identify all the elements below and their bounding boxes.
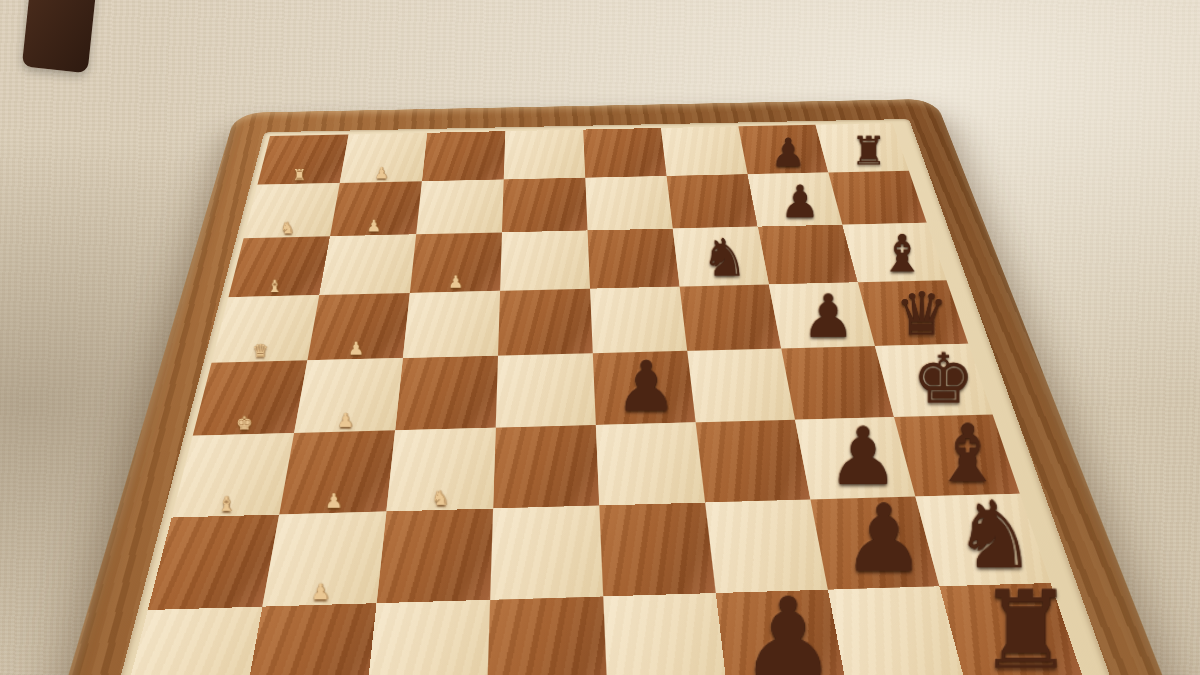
square-d8[interactable]: ♛	[858, 280, 968, 346]
piece-black-pawn[interactable]: ♟	[780, 180, 820, 225]
piece-white-knight[interactable]: ♞	[431, 488, 449, 508]
piece-white-pawn[interactable]: ♟	[448, 273, 463, 290]
square-e7[interactable]	[781, 346, 894, 420]
piece-white-pawn[interactable]: ♟	[347, 340, 363, 358]
piece-white-knight[interactable]: ♞	[280, 220, 295, 236]
square-g5[interactable]	[599, 502, 715, 596]
piece-white-bishop[interactable]: ♝	[217, 494, 235, 514]
square-c3[interactable]: ♟	[410, 232, 502, 293]
square-b3[interactable]	[416, 179, 504, 234]
square-e1[interactable]: ♚	[193, 360, 308, 435]
square-b5[interactable]	[585, 176, 673, 231]
square-h1[interactable]: ♜	[121, 606, 263, 675]
piece-white-pawn[interactable]: ♟	[366, 218, 380, 234]
square-f3[interactable]: ♞	[386, 427, 495, 511]
square-d5[interactable]	[590, 286, 687, 353]
piece-white-pawn[interactable]: ♟	[324, 491, 342, 511]
square-b7[interactable]: ♟	[748, 172, 843, 226]
piece-black-pawn[interactable]: ♟	[841, 492, 925, 585]
piece-black-queen[interactable]: ♛	[895, 284, 948, 343]
square-a2[interactable]: ♟	[340, 133, 427, 183]
square-b1[interactable]: ♞	[244, 183, 340, 238]
piece-black-pawn[interactable]: ♟	[739, 583, 836, 675]
square-d4[interactable]	[498, 288, 593, 355]
square-e8[interactable]: ♚	[875, 343, 993, 416]
chess-board-3d: ♜♟♟♜♞♟♟♝♟♞♝♛♟♟♛♚♟♟♚♝♟♞♟♝♟♟♞♜♟♟♜	[32, 99, 1195, 675]
piece-white-pawn[interactable]: ♟	[336, 411, 353, 430]
square-f1[interactable]: ♝	[172, 433, 294, 518]
piece-black-king[interactable]: ♚	[912, 345, 974, 414]
piece-white-pawn[interactable]: ♟	[374, 165, 388, 180]
photo-background: ♜♟♟♜♞♟♟♝♟♞♝♛♟♟♛♚♟♟♚♝♟♞♟♝♟♟♞♜♟♟♜	[0, 0, 1200, 675]
square-d6[interactable]	[680, 284, 782, 350]
piece-black-knight[interactable]: ♞	[701, 232, 747, 284]
piece-black-rook[interactable]: ♜	[977, 576, 1074, 675]
square-h8[interactable]: ♜	[939, 583, 1085, 675]
square-f6[interactable]	[696, 419, 811, 502]
piece-white-bishop[interactable]: ♝	[267, 278, 282, 295]
square-a1[interactable]: ♜	[257, 134, 348, 184]
square-f2[interactable]: ♟	[279, 430, 395, 514]
square-f5[interactable]	[596, 422, 705, 505]
square-c7[interactable]	[758, 224, 858, 284]
square-c2[interactable]	[319, 234, 416, 295]
square-g1[interactable]	[148, 514, 279, 610]
square-a8[interactable]: ♜	[816, 123, 909, 172]
square-a7[interactable]: ♟	[738, 125, 828, 174]
square-c1[interactable]: ♝	[228, 236, 330, 297]
piece-black-bishop[interactable]: ♝	[879, 228, 925, 280]
square-e6[interactable]	[687, 348, 795, 422]
board-frame: ♜♟♟♜♞♟♟♝♟♞♝♛♟♟♛♚♟♟♚♝♟♞♟♝♟♟♞♜♟♟♜	[32, 99, 1195, 675]
square-h4[interactable]	[487, 596, 608, 675]
square-c4[interactable]	[500, 230, 590, 290]
piece-white-pawn[interactable]: ♟	[310, 581, 329, 602]
square-a6[interactable]	[661, 126, 748, 176]
piece-black-pawn[interactable]: ♟	[615, 352, 677, 421]
square-e2[interactable]: ♟	[294, 358, 403, 433]
square-h6[interactable]: ♟	[716, 589, 848, 675]
square-g3[interactable]	[377, 508, 494, 603]
square-e4[interactable]	[496, 353, 596, 427]
square-b8[interactable]	[828, 170, 926, 224]
square-g4[interactable]	[490, 505, 603, 599]
square-h3[interactable]	[365, 599, 490, 675]
square-e5[interactable]: ♟	[593, 351, 696, 425]
square-c8[interactable]: ♝	[842, 223, 946, 282]
square-c5[interactable]	[588, 228, 680, 288]
square-a5[interactable]	[583, 128, 666, 178]
scene: ♜♟♟♜♞♟♟♝♟♞♝♛♟♟♛♚♟♟♚♝♟♞♟♝♟♟♞♜♟♟♜	[0, 0, 1200, 675]
square-d3[interactable]	[403, 291, 500, 358]
square-b2[interactable]: ♟	[330, 181, 422, 236]
piece-black-pawn[interactable]: ♟	[801, 286, 854, 345]
piece-white-rook[interactable]: ♜	[292, 167, 306, 182]
square-e3[interactable]	[395, 355, 498, 430]
square-d1[interactable]: ♛	[212, 295, 320, 363]
square-b4[interactable]	[502, 177, 588, 232]
square-a3[interactable]	[422, 131, 505, 181]
square-d2[interactable]: ♟	[307, 293, 409, 360]
square-b6[interactable]	[667, 174, 758, 228]
square-d7[interactable]: ♟	[769, 282, 875, 348]
piece-white-king[interactable]: ♚	[235, 413, 252, 432]
piece-white-queen[interactable]: ♛	[252, 342, 268, 360]
piece-black-pawn[interactable]: ♟	[770, 133, 805, 172]
square-a4[interactable]	[504, 129, 586, 179]
board-border-line: ♜♟♟♜♞♟♟♝♟♞♝♛♟♟♛♚♟♟♚♝♟♞♟♝♟♟♞♜♟♟♜	[103, 119, 1122, 675]
square-g2[interactable]: ♟	[262, 511, 386, 606]
square-f4[interactable]	[493, 425, 599, 508]
square-c6[interactable]: ♞	[673, 226, 769, 286]
piece-black-rook[interactable]: ♜	[851, 131, 886, 170]
square-h5[interactable]	[603, 593, 728, 675]
chess-board: ♜♟♟♜♞♟♟♝♟♞♝♛♟♟♛♚♟♟♚♝♟♞♟♝♟♟♞♜♟♟♜	[121, 123, 1103, 675]
square-h2[interactable]: ♟	[243, 603, 376, 675]
